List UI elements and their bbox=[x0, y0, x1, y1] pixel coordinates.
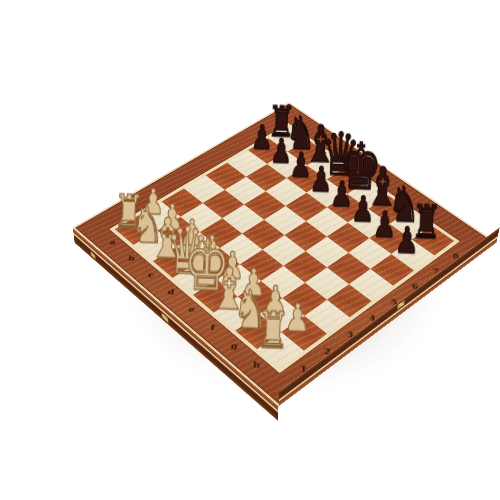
piece-black-pawn-h7[interactable]: ♟ bbox=[394, 223, 419, 258]
piece-black-pawn-f7[interactable]: ♟ bbox=[351, 192, 376, 226]
camera-roll-wrapper: ♜♞♝♛♚♝♞♜♟♟♟♟♟♟♟♟♟♟♟♟♟♟♟♟♜♞♝♛♚♝♞♜ abcdefg… bbox=[0, 0, 500, 500]
piece-white-rook-h1[interactable]: ♜ bbox=[256, 305, 291, 354]
piece-black-pawn-e7[interactable]: ♟ bbox=[330, 178, 354, 212]
perspective-scene: ♜♞♝♛♚♝♞♜♟♟♟♟♟♟♟♟♟♟♟♟♟♟♟♟♜♞♝♛♚♝♞♜ abcdefg… bbox=[0, 0, 500, 500]
piece-black-pawn-g7[interactable]: ♟ bbox=[372, 208, 397, 243]
file-label-c: c bbox=[134, 266, 168, 288]
chess-set-photo: ♜♞♝♛♚♝♞♜♟♟♟♟♟♟♟♟♟♟♟♟♟♟♟♟♜♞♝♛♚♝♞♜ abcdefg… bbox=[0, 0, 500, 500]
chess-board: ♜♞♝♛♚♝♞♜♟♟♟♟♟♟♟♟♟♟♟♟♟♟♟♟♜♞♝♛♚♝♞♜ abcdefg… bbox=[73, 102, 497, 406]
